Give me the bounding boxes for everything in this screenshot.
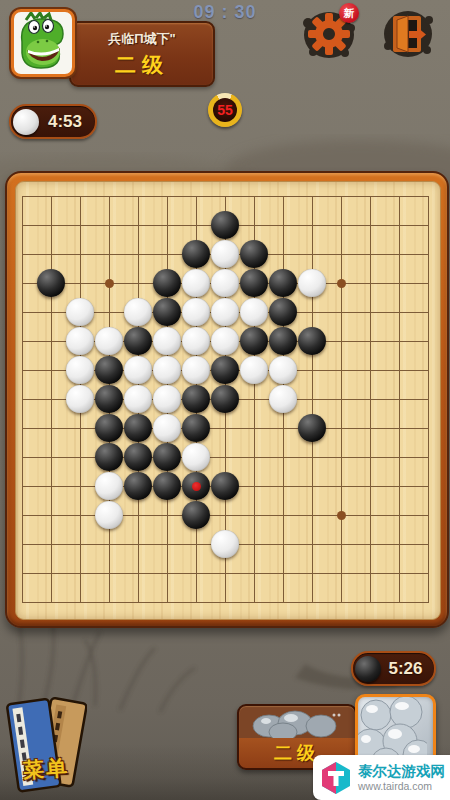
- stone-black: [211, 356, 239, 384]
- new-badge: 新: [339, 3, 359, 23]
- stone-white: [153, 356, 181, 384]
- stone-black: [124, 443, 152, 471]
- stone-black: [124, 327, 152, 355]
- stone-white: [211, 530, 239, 558]
- exit-button[interactable]: [380, 6, 436, 62]
- stone-white: [153, 327, 181, 355]
- stone-black: [182, 501, 210, 529]
- stone-white: [66, 327, 94, 355]
- menu-label: 菜单: [8, 752, 84, 785]
- stone-black: [240, 269, 268, 297]
- stone-black: [124, 472, 152, 500]
- star-point: [337, 279, 346, 288]
- black-time-value: 5:26: [381, 659, 434, 679]
- stone-white: [240, 356, 268, 384]
- stone-white: [269, 385, 297, 413]
- stone-pile-small: [239, 706, 351, 738]
- stone-white: [182, 269, 210, 297]
- exit-button-art: [380, 6, 436, 62]
- board-grid[interactable]: [22, 196, 429, 603]
- dino-avatar-image: [14, 12, 68, 70]
- stone-white: [182, 356, 210, 384]
- tairda-logo-icon: [319, 761, 353, 795]
- stone-white: [66, 298, 94, 326]
- watermark: 泰尔达游戏网 www.tairda.com: [313, 755, 450, 800]
- watermark-site: 泰尔达游戏网: [358, 763, 445, 780]
- black-stone-icon: [355, 656, 381, 682]
- player-nameplate: 兵临Π城下" 二级: [69, 21, 215, 87]
- stone-white: [182, 298, 210, 326]
- stone-black: [153, 472, 181, 500]
- stone-white: [124, 298, 152, 326]
- watermark-text: 泰尔达游戏网 www.tairda.com: [358, 763, 445, 792]
- white-time-value: 4:53: [39, 112, 95, 132]
- stone-white: [95, 501, 123, 529]
- menu-button[interactable]: 菜单: [5, 687, 87, 797]
- board-frame: [5, 171, 449, 628]
- star-point: [105, 279, 114, 288]
- move-countdown: 55: [208, 93, 242, 127]
- stone-white: [240, 298, 268, 326]
- stone-black: [182, 240, 210, 268]
- stone-white: [124, 385, 152, 413]
- star-point: [337, 511, 346, 520]
- stone-white: [124, 356, 152, 384]
- stone-black: [95, 443, 123, 471]
- stone-black: [37, 269, 65, 297]
- stone-black: [182, 472, 210, 500]
- stone-black: [124, 414, 152, 442]
- board-wood: [15, 181, 441, 620]
- stone-white: [211, 298, 239, 326]
- stone-black: [153, 269, 181, 297]
- countdown-value: 55: [213, 98, 237, 122]
- stone-black: [182, 385, 210, 413]
- stone-black: [153, 298, 181, 326]
- stone-white: [153, 414, 181, 442]
- stone-black: [269, 269, 297, 297]
- stone-white: [211, 240, 239, 268]
- stone-black: [211, 385, 239, 413]
- stone-black: [240, 240, 268, 268]
- stone-black: [240, 327, 268, 355]
- stone-white: [298, 269, 326, 297]
- stone-black: [153, 443, 181, 471]
- stone-white: [182, 443, 210, 471]
- stone-white: [153, 385, 181, 413]
- stone-black: [298, 414, 326, 442]
- player-name: 兵临Π城下": [71, 30, 213, 48]
- game-screen: 09 : 30 兵临Π城下" 二级: [0, 0, 450, 800]
- stone-white: [66, 385, 94, 413]
- last-move-marker: [192, 482, 201, 491]
- stone-black: [269, 327, 297, 355]
- stone-white: [95, 327, 123, 355]
- white-timer: 4:53: [9, 104, 97, 139]
- stone-black: [95, 356, 123, 384]
- stone-white: [269, 356, 297, 384]
- stone-black: [95, 385, 123, 413]
- stone-black: [95, 414, 123, 442]
- stone-black: [211, 211, 239, 239]
- black-timer: 5:26: [351, 651, 436, 686]
- settings-button[interactable]: 新: [301, 6, 357, 62]
- stone-black: [211, 472, 239, 500]
- white-stone-icon: [13, 109, 39, 135]
- stone-white: [211, 269, 239, 297]
- stone-white: [211, 327, 239, 355]
- stone-black: [182, 414, 210, 442]
- watermark-url: www.tairda.com: [358, 780, 445, 792]
- player-avatar[interactable]: [11, 9, 75, 77]
- stone-white: [95, 472, 123, 500]
- player-level: 二级: [71, 51, 213, 79]
- stone-black: [298, 327, 326, 355]
- stone-white: [66, 356, 94, 384]
- stone-white: [182, 327, 210, 355]
- stone-black: [269, 298, 297, 326]
